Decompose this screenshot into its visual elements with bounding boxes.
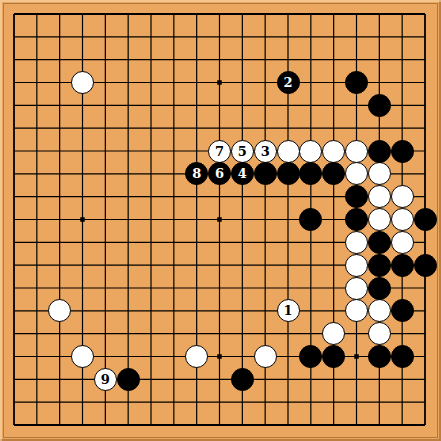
stone-black bbox=[299, 208, 322, 231]
move-number-label: 4 bbox=[238, 167, 247, 180]
stone-white bbox=[368, 322, 391, 345]
stone-black bbox=[414, 254, 437, 277]
stone-white bbox=[368, 208, 391, 231]
stone-black bbox=[414, 208, 437, 231]
stones-layer: 753192864 bbox=[0, 0, 441, 441]
stone-white bbox=[391, 208, 414, 231]
stone-white-move-5: 5 bbox=[231, 140, 254, 163]
stone-black bbox=[368, 231, 391, 254]
stone-white bbox=[345, 299, 368, 322]
move-number-label: 2 bbox=[283, 76, 292, 89]
stone-black bbox=[368, 254, 391, 277]
stone-black bbox=[368, 140, 391, 163]
stone-black bbox=[345, 208, 368, 231]
stone-black bbox=[345, 185, 368, 208]
stone-black bbox=[322, 345, 345, 368]
stone-white bbox=[368, 185, 391, 208]
stone-white bbox=[322, 140, 345, 163]
stone-white bbox=[391, 231, 414, 254]
stone-black bbox=[299, 162, 322, 185]
stone-black bbox=[368, 94, 391, 117]
move-number-label: 8 bbox=[192, 167, 201, 180]
stone-black-move-2: 2 bbox=[277, 71, 300, 94]
stone-black bbox=[391, 254, 414, 277]
stone-black bbox=[368, 345, 391, 368]
stone-white bbox=[368, 162, 391, 185]
stone-white bbox=[345, 254, 368, 277]
stone-black bbox=[254, 162, 277, 185]
stone-white bbox=[48, 299, 71, 322]
stone-black bbox=[299, 345, 322, 368]
go-board[interactable]: 753192864 bbox=[0, 0, 441, 441]
stone-white bbox=[71, 345, 94, 368]
stone-black bbox=[368, 277, 391, 300]
stone-black bbox=[391, 299, 414, 322]
stone-white bbox=[345, 231, 368, 254]
stone-white bbox=[185, 345, 208, 368]
stone-white bbox=[299, 140, 322, 163]
stone-black bbox=[391, 345, 414, 368]
stone-white bbox=[345, 140, 368, 163]
stone-white bbox=[322, 322, 345, 345]
stone-black-move-6: 6 bbox=[208, 162, 231, 185]
stone-white bbox=[391, 185, 414, 208]
stone-white bbox=[277, 140, 300, 163]
stone-black-move-8: 8 bbox=[185, 162, 208, 185]
stone-black bbox=[231, 368, 254, 391]
stone-white-move-3: 3 bbox=[254, 140, 277, 163]
stone-white-move-9: 9 bbox=[94, 368, 117, 391]
stone-white-move-1: 1 bbox=[277, 299, 300, 322]
stone-white bbox=[368, 299, 391, 322]
move-number-label: 1 bbox=[283, 304, 292, 317]
stone-white-move-7: 7 bbox=[208, 140, 231, 163]
stone-black bbox=[391, 140, 414, 163]
stone-black bbox=[117, 368, 140, 391]
stone-black-move-4: 4 bbox=[231, 162, 254, 185]
stone-black bbox=[322, 162, 345, 185]
move-number-label: 9 bbox=[101, 373, 110, 386]
move-number-label: 6 bbox=[215, 167, 224, 180]
stone-black bbox=[345, 71, 368, 94]
move-number-label: 7 bbox=[215, 145, 224, 158]
stone-white bbox=[71, 71, 94, 94]
move-number-label: 5 bbox=[238, 145, 247, 158]
stone-white bbox=[345, 277, 368, 300]
stone-black bbox=[277, 162, 300, 185]
move-number-label: 3 bbox=[261, 145, 270, 158]
stone-white bbox=[345, 162, 368, 185]
stone-white bbox=[254, 345, 277, 368]
